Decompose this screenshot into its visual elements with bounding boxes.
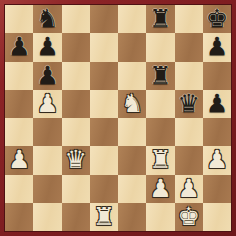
square-g1[interactable]: ♚ [175, 203, 203, 231]
square-c4[interactable] [62, 118, 90, 146]
square-h5[interactable]: ♟ [203, 90, 231, 118]
square-a4[interactable] [5, 118, 33, 146]
square-e3[interactable] [118, 146, 146, 174]
square-f4[interactable] [146, 118, 174, 146]
square-a6[interactable] [5, 62, 33, 90]
square-h6[interactable] [203, 62, 231, 90]
square-f8[interactable]: ♜ [146, 5, 174, 33]
square-c2[interactable] [62, 175, 90, 203]
square-b1[interactable] [33, 203, 61, 231]
square-b6[interactable]: ♟ [33, 62, 61, 90]
square-h3[interactable]: ♟ [203, 146, 231, 174]
piece-black-rook-f6[interactable]: ♜ [149, 62, 171, 90]
square-c3[interactable]: ♛ [62, 146, 90, 174]
square-g2[interactable]: ♟ [175, 175, 203, 203]
square-h4[interactable] [203, 118, 231, 146]
square-c6[interactable] [62, 62, 90, 90]
square-c8[interactable] [62, 5, 90, 33]
piece-black-pawn-b7[interactable]: ♟ [36, 33, 58, 61]
square-d4[interactable] [90, 118, 118, 146]
square-f2[interactable]: ♟ [146, 175, 174, 203]
square-e4[interactable] [118, 118, 146, 146]
square-f5[interactable] [146, 90, 174, 118]
square-a5[interactable] [5, 90, 33, 118]
piece-white-knight-e5[interactable]: ♞ [121, 90, 143, 118]
square-b3[interactable] [33, 146, 61, 174]
square-d1[interactable]: ♜ [90, 203, 118, 231]
piece-white-rook-f3[interactable]: ♜ [149, 146, 171, 174]
square-c7[interactable] [62, 33, 90, 61]
square-g5[interactable]: ♛ [175, 90, 203, 118]
piece-black-queen-g5[interactable]: ♛ [177, 90, 199, 118]
square-e8[interactable] [118, 5, 146, 33]
square-d7[interactable] [90, 33, 118, 61]
square-h1[interactable] [203, 203, 231, 231]
square-h2[interactable] [203, 175, 231, 203]
square-a3[interactable]: ♟ [5, 146, 33, 174]
square-h7[interactable]: ♟ [203, 33, 231, 61]
square-e7[interactable] [118, 33, 146, 61]
square-g3[interactable] [175, 146, 203, 174]
square-b5[interactable]: ♟ [33, 90, 61, 118]
piece-white-queen-c3[interactable]: ♛ [64, 146, 86, 174]
piece-white-pawn-h3[interactable]: ♟ [206, 146, 228, 174]
square-a8[interactable] [5, 5, 33, 33]
piece-black-pawn-h5[interactable]: ♟ [206, 90, 228, 118]
piece-white-pawn-b5[interactable]: ♟ [36, 90, 58, 118]
square-f3[interactable]: ♜ [146, 146, 174, 174]
square-g6[interactable] [175, 62, 203, 90]
square-b2[interactable] [33, 175, 61, 203]
piece-white-pawn-g2[interactable]: ♟ [177, 175, 199, 203]
square-b8[interactable]: ♞ [33, 5, 61, 33]
square-e6[interactable] [118, 62, 146, 90]
piece-black-king-h8[interactable]: ♚ [206, 5, 228, 33]
piece-white-rook-d1[interactable]: ♜ [93, 203, 115, 231]
square-c5[interactable] [62, 90, 90, 118]
square-b4[interactable] [33, 118, 61, 146]
square-a1[interactable] [5, 203, 33, 231]
square-d2[interactable] [90, 175, 118, 203]
square-f1[interactable] [146, 203, 174, 231]
piece-black-pawn-a7[interactable]: ♟ [8, 33, 30, 61]
chess-board: ♞♜♚♟♟♟♟♜♟♞♛♟♟♛♜♟♟♟♜♚ [5, 5, 231, 231]
square-h8[interactable]: ♚ [203, 5, 231, 33]
square-f6[interactable]: ♜ [146, 62, 174, 90]
square-g8[interactable] [175, 5, 203, 33]
square-d3[interactable] [90, 146, 118, 174]
piece-white-king-g1[interactable]: ♚ [177, 203, 199, 231]
square-f7[interactable] [146, 33, 174, 61]
square-e5[interactable]: ♞ [118, 90, 146, 118]
square-d6[interactable] [90, 62, 118, 90]
square-d8[interactable] [90, 5, 118, 33]
piece-black-pawn-b6[interactable]: ♟ [36, 62, 58, 90]
square-a2[interactable] [5, 175, 33, 203]
square-g4[interactable] [175, 118, 203, 146]
piece-white-pawn-a3[interactable]: ♟ [8, 146, 30, 174]
piece-white-pawn-f2[interactable]: ♟ [149, 175, 171, 203]
square-a7[interactable]: ♟ [5, 33, 33, 61]
board-frame: ♞♜♚♟♟♟♟♜♟♞♛♟♟♛♜♟♟♟♜♚ [0, 0, 236, 236]
square-g7[interactable] [175, 33, 203, 61]
square-b7[interactable]: ♟ [33, 33, 61, 61]
piece-black-pawn-h7[interactable]: ♟ [206, 33, 228, 61]
piece-black-rook-f8[interactable]: ♜ [149, 5, 171, 33]
square-e2[interactable] [118, 175, 146, 203]
piece-black-knight-b8[interactable]: ♞ [36, 5, 58, 33]
square-e1[interactable] [118, 203, 146, 231]
square-d5[interactable] [90, 90, 118, 118]
square-c1[interactable] [62, 203, 90, 231]
